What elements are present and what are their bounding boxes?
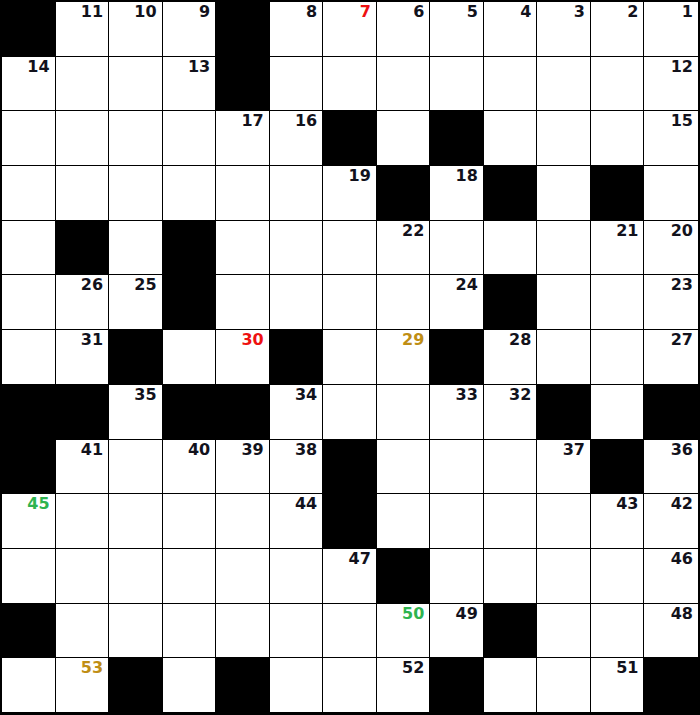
clue-number: 31 — [81, 331, 103, 349]
clue-number: 42 — [671, 495, 693, 513]
black-cell — [323, 440, 377, 495]
clue-number: 53 — [81, 659, 103, 677]
white-cell[interactable]: 4 — [484, 2, 538, 57]
white-cell[interactable]: 27 — [644, 330, 698, 385]
clue-number: 4 — [520, 3, 531, 21]
white-cell[interactable] — [216, 221, 270, 276]
white-cell[interactable]: 3 — [537, 2, 591, 57]
white-cell[interactable] — [216, 494, 270, 549]
white-cell[interactable] — [323, 385, 377, 440]
clue-number: 16 — [295, 112, 317, 130]
black-cell — [430, 658, 484, 713]
white-cell[interactable]: 40 — [163, 440, 217, 495]
white-cell[interactable] — [484, 57, 538, 112]
black-cell — [537, 385, 591, 440]
clue-number: 26 — [81, 276, 103, 294]
clue-number: 17 — [241, 112, 263, 130]
white-cell[interactable]: 34 — [270, 385, 324, 440]
black-cell — [644, 385, 698, 440]
clue-number: 32 — [509, 386, 531, 404]
white-cell[interactable] — [377, 385, 431, 440]
white-cell[interactable]: 45 — [2, 494, 56, 549]
white-cell[interactable]: 5 — [430, 2, 484, 57]
white-cell[interactable]: 31 — [56, 330, 110, 385]
white-cell[interactable] — [163, 658, 217, 713]
white-cell[interactable]: 43 — [591, 494, 645, 549]
black-cell — [323, 494, 377, 549]
white-cell[interactable] — [591, 604, 645, 659]
crossword-board: 1110987654321141312171615191822212026252… — [0, 0, 700, 715]
white-cell[interactable] — [2, 549, 56, 604]
black-cell — [2, 604, 56, 659]
white-cell[interactable] — [484, 111, 538, 166]
white-cell[interactable]: 25 — [109, 275, 163, 330]
white-cell[interactable] — [537, 221, 591, 276]
white-cell[interactable] — [163, 494, 217, 549]
white-cell[interactable] — [484, 440, 538, 495]
white-cell[interactable]: 21 — [591, 221, 645, 276]
white-cell[interactable]: 17 — [216, 111, 270, 166]
clue-number: 39 — [241, 441, 263, 459]
clue-number: 8 — [306, 3, 317, 21]
clue-number: 25 — [134, 276, 156, 294]
white-cell[interactable]: 12 — [644, 57, 698, 112]
clue-number: 22 — [402, 222, 424, 240]
black-cell — [591, 440, 645, 495]
white-cell[interactable]: 32 — [484, 385, 538, 440]
black-cell — [109, 658, 163, 713]
white-cell[interactable] — [377, 275, 431, 330]
clue-number: 1 — [682, 3, 693, 21]
clue-number: 13 — [188, 58, 210, 76]
white-cell[interactable] — [591, 549, 645, 604]
white-cell[interactable] — [591, 330, 645, 385]
white-cell[interactable]: 13 — [163, 57, 217, 112]
white-cell[interactable]: 48 — [644, 604, 698, 659]
clue-number: 29 — [402, 331, 424, 349]
clue-number: 37 — [563, 441, 585, 459]
white-cell[interactable]: 18 — [430, 166, 484, 221]
white-cell[interactable] — [377, 494, 431, 549]
white-cell[interactable] — [109, 494, 163, 549]
white-cell[interactable] — [56, 604, 110, 659]
black-cell — [2, 2, 56, 57]
clue-number: 41 — [81, 441, 103, 459]
white-cell[interactable]: 16 — [270, 111, 324, 166]
white-cell[interactable]: 20 — [644, 221, 698, 276]
black-cell — [430, 111, 484, 166]
white-cell[interactable] — [270, 275, 324, 330]
black-cell — [377, 166, 431, 221]
white-cell[interactable] — [537, 658, 591, 713]
white-cell[interactable] — [537, 549, 591, 604]
black-cell — [591, 166, 645, 221]
white-cell[interactable] — [537, 604, 591, 659]
white-cell[interactable]: 29 — [377, 330, 431, 385]
clue-number: 46 — [671, 550, 693, 568]
clue-number: 12 — [671, 58, 693, 76]
white-cell[interactable] — [537, 275, 591, 330]
white-cell[interactable]: 10 — [109, 2, 163, 57]
clue-number: 2 — [627, 3, 638, 21]
white-cell[interactable] — [323, 221, 377, 276]
clue-number: 51 — [616, 659, 638, 677]
black-cell — [109, 330, 163, 385]
white-cell[interactable]: 42 — [644, 494, 698, 549]
white-cell[interactable] — [323, 604, 377, 659]
clue-number: 10 — [134, 3, 156, 21]
black-cell — [216, 57, 270, 112]
clue-number: 52 — [402, 659, 424, 677]
clue-number: 30 — [241, 331, 263, 349]
white-cell[interactable]: 19 — [323, 166, 377, 221]
clue-number: 45 — [27, 495, 49, 513]
white-cell[interactable] — [270, 549, 324, 604]
clue-number: 27 — [671, 331, 693, 349]
white-cell[interactable] — [56, 549, 110, 604]
white-cell[interactable] — [484, 658, 538, 713]
clue-number: 49 — [456, 605, 478, 623]
white-cell[interactable]: 46 — [644, 549, 698, 604]
white-cell[interactable]: 9 — [163, 2, 217, 57]
white-cell[interactable] — [109, 111, 163, 166]
white-cell[interactable] — [323, 275, 377, 330]
white-cell[interactable]: 39 — [216, 440, 270, 495]
white-cell[interactable] — [109, 549, 163, 604]
white-cell[interactable] — [323, 658, 377, 713]
white-cell[interactable]: 28 — [484, 330, 538, 385]
white-cell[interactable]: 49 — [430, 604, 484, 659]
white-cell[interactable] — [2, 658, 56, 713]
white-cell[interactable] — [270, 57, 324, 112]
white-cell[interactable] — [216, 549, 270, 604]
white-cell[interactable]: 53 — [56, 658, 110, 713]
white-cell[interactable] — [484, 494, 538, 549]
clue-number: 20 — [671, 222, 693, 240]
white-cell[interactable]: 14 — [2, 57, 56, 112]
white-cell[interactable]: 37 — [537, 440, 591, 495]
crossword-page: 1110987654321141312171615191822212026252… — [0, 0, 700, 715]
white-cell[interactable] — [109, 57, 163, 112]
white-cell[interactable] — [2, 221, 56, 276]
white-cell[interactable] — [430, 549, 484, 604]
white-cell[interactable] — [163, 330, 217, 385]
white-cell[interactable] — [163, 604, 217, 659]
white-cell[interactable]: 2 — [591, 2, 645, 57]
white-cell[interactable] — [56, 57, 110, 112]
clue-number: 47 — [349, 550, 371, 568]
white-cell[interactable]: 50 — [377, 604, 431, 659]
white-cell[interactable] — [323, 57, 377, 112]
black-cell — [270, 330, 324, 385]
clue-number: 11 — [81, 3, 103, 21]
white-cell[interactable] — [430, 57, 484, 112]
clue-number: 28 — [509, 331, 531, 349]
white-cell[interactable] — [163, 166, 217, 221]
white-cell[interactable] — [109, 166, 163, 221]
white-cell[interactable] — [56, 166, 110, 221]
white-cell[interactable] — [270, 221, 324, 276]
clue-number: 19 — [349, 167, 371, 185]
white-cell[interactable] — [591, 275, 645, 330]
clue-number: 21 — [616, 222, 638, 240]
clue-number: 44 — [295, 495, 317, 513]
black-cell — [216, 658, 270, 713]
black-cell — [484, 275, 538, 330]
white-cell[interactable] — [109, 440, 163, 495]
clue-number: 40 — [188, 441, 210, 459]
black-cell — [56, 385, 110, 440]
clue-number: 35 — [134, 386, 156, 404]
black-cell — [323, 111, 377, 166]
clue-number: 48 — [671, 605, 693, 623]
white-cell[interactable] — [163, 549, 217, 604]
white-cell[interactable] — [56, 494, 110, 549]
white-cell[interactable] — [270, 166, 324, 221]
white-cell[interactable] — [537, 111, 591, 166]
white-cell[interactable]: 11 — [56, 2, 110, 57]
black-cell — [56, 221, 110, 276]
white-cell[interactable] — [109, 604, 163, 659]
white-cell[interactable]: 26 — [56, 275, 110, 330]
white-cell[interactable] — [484, 549, 538, 604]
black-cell — [163, 275, 217, 330]
black-cell — [2, 385, 56, 440]
white-cell[interactable] — [430, 221, 484, 276]
clue-number: 33 — [456, 386, 478, 404]
white-cell[interactable]: 1 — [644, 2, 698, 57]
white-cell[interactable]: 47 — [323, 549, 377, 604]
clue-number: 24 — [456, 276, 478, 294]
black-cell — [163, 385, 217, 440]
white-cell[interactable]: 22 — [377, 221, 431, 276]
clue-number: 7 — [360, 3, 371, 21]
white-cell[interactable]: 30 — [216, 330, 270, 385]
black-cell — [430, 330, 484, 385]
clue-number: 9 — [199, 3, 210, 21]
clue-number: 36 — [671, 441, 693, 459]
clue-number: 43 — [616, 495, 638, 513]
white-cell[interactable]: 36 — [644, 440, 698, 495]
white-cell[interactable] — [56, 111, 110, 166]
white-cell[interactable] — [216, 604, 270, 659]
clue-number: 6 — [413, 3, 424, 21]
black-cell — [2, 440, 56, 495]
white-cell[interactable]: 8 — [270, 2, 324, 57]
black-cell — [377, 549, 431, 604]
black-cell — [163, 221, 217, 276]
white-cell[interactable] — [484, 221, 538, 276]
white-cell[interactable]: 35 — [109, 385, 163, 440]
clue-number: 14 — [27, 58, 49, 76]
clue-number: 5 — [467, 3, 478, 21]
white-cell[interactable]: 52 — [377, 658, 431, 713]
white-cell[interactable] — [537, 494, 591, 549]
white-cell[interactable]: 24 — [430, 275, 484, 330]
white-cell[interactable]: 38 — [270, 440, 324, 495]
white-cell[interactable] — [591, 385, 645, 440]
black-cell — [644, 658, 698, 713]
white-cell[interactable] — [216, 275, 270, 330]
white-cell[interactable]: 23 — [644, 275, 698, 330]
white-cell[interactable]: 6 — [377, 2, 431, 57]
white-cell[interactable]: 44 — [270, 494, 324, 549]
clue-number: 23 — [671, 276, 693, 294]
white-cell[interactable] — [323, 330, 377, 385]
white-cell[interactable]: 7 — [323, 2, 377, 57]
clue-number: 50 — [402, 605, 424, 623]
white-cell[interactable] — [377, 57, 431, 112]
black-cell — [216, 385, 270, 440]
clue-number: 15 — [671, 112, 693, 130]
black-cell — [484, 604, 538, 659]
clue-number: 18 — [456, 167, 478, 185]
white-cell[interactable] — [216, 166, 270, 221]
white-cell[interactable] — [644, 166, 698, 221]
white-cell[interactable] — [2, 111, 56, 166]
white-cell[interactable] — [591, 111, 645, 166]
white-cell[interactable] — [537, 166, 591, 221]
white-cell[interactable]: 15 — [644, 111, 698, 166]
white-cell[interactable] — [2, 275, 56, 330]
white-cell[interactable] — [377, 111, 431, 166]
white-cell[interactable] — [163, 111, 217, 166]
white-cell[interactable] — [591, 57, 645, 112]
clue-number: 3 — [574, 3, 585, 21]
clue-number: 38 — [295, 441, 317, 459]
white-cell[interactable]: 51 — [591, 658, 645, 713]
white-cell[interactable] — [537, 57, 591, 112]
white-cell[interactable] — [270, 604, 324, 659]
black-cell — [484, 166, 538, 221]
clue-number: 34 — [295, 386, 317, 404]
white-cell[interactable] — [109, 221, 163, 276]
black-cell — [216, 2, 270, 57]
white-cell[interactable]: 41 — [56, 440, 110, 495]
white-cell[interactable] — [430, 494, 484, 549]
white-cell[interactable]: 33 — [430, 385, 484, 440]
white-cell[interactable] — [537, 330, 591, 385]
white-cell[interactable] — [2, 330, 56, 385]
white-cell[interactable] — [2, 166, 56, 221]
white-cell[interactable] — [377, 440, 431, 495]
white-cell[interactable] — [430, 440, 484, 495]
white-cell[interactable] — [270, 658, 324, 713]
